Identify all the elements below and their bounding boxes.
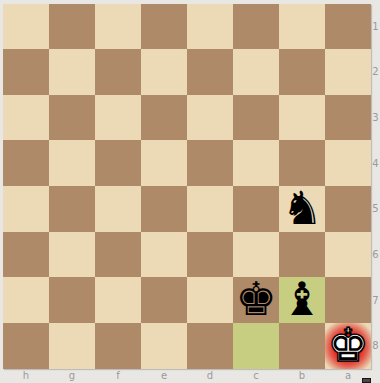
square-h2[interactable]	[3, 49, 49, 94]
square-a2[interactable]	[325, 49, 371, 94]
square-b6[interactable]	[279, 232, 325, 277]
square-f4[interactable]	[95, 140, 141, 185]
file-label-b: b	[279, 369, 325, 383]
rank-label-2: 2	[371, 50, 380, 96]
square-a1[interactable]	[325, 4, 371, 49]
square-a8[interactable]: ♚	[325, 323, 371, 369]
square-e1[interactable]	[141, 4, 187, 49]
rank-label-3: 3	[371, 95, 380, 141]
file-label-g: g	[49, 369, 95, 383]
square-g4[interactable]	[49, 140, 95, 185]
square-e5[interactable]	[141, 186, 187, 232]
square-h3[interactable]	[3, 95, 49, 140]
square-b3[interactable]	[279, 95, 325, 140]
square-e8[interactable]	[141, 323, 187, 369]
square-g5[interactable]	[49, 186, 95, 232]
square-b7[interactable]: ♝	[279, 277, 325, 323]
square-d8[interactable]	[187, 323, 233, 369]
black-king[interactable]: ♚	[235, 276, 276, 322]
square-f6[interactable]	[95, 232, 141, 277]
square-c5[interactable]	[233, 186, 279, 232]
square-g2[interactable]	[49, 49, 95, 94]
square-b1[interactable]	[279, 4, 325, 49]
square-b2[interactable]	[279, 49, 325, 94]
white-king[interactable]: ♚	[327, 322, 368, 368]
square-a6[interactable]	[325, 232, 371, 277]
rank-label-7: 7	[371, 278, 380, 324]
square-a4[interactable]	[325, 140, 371, 185]
file-label-f: f	[95, 369, 141, 383]
square-f1[interactable]	[95, 4, 141, 49]
square-b8[interactable]	[279, 323, 325, 369]
square-e6[interactable]	[141, 232, 187, 277]
rank-label-6: 6	[371, 232, 380, 278]
square-f7[interactable]	[95, 277, 141, 323]
square-e7[interactable]	[141, 277, 187, 323]
black-bishop[interactable]: ♝	[281, 276, 322, 322]
square-g7[interactable]	[49, 277, 95, 323]
square-c4[interactable]	[233, 140, 279, 185]
square-d3[interactable]	[187, 95, 233, 140]
square-c6[interactable]	[233, 232, 279, 277]
square-h4[interactable]	[3, 140, 49, 185]
square-h7[interactable]	[3, 277, 49, 323]
square-g3[interactable]	[49, 95, 95, 140]
square-h6[interactable]	[3, 232, 49, 277]
square-d6[interactable]	[187, 232, 233, 277]
file-label-e: e	[141, 369, 187, 383]
square-b4[interactable]	[279, 140, 325, 185]
square-f5[interactable]	[95, 186, 141, 232]
square-b5[interactable]: ♞	[279, 186, 325, 232]
square-d2[interactable]	[187, 49, 233, 94]
file-coordinates: hgfedcba	[3, 369, 371, 383]
black-knight[interactable]: ♞	[281, 185, 322, 231]
square-c2[interactable]	[233, 49, 279, 94]
square-e4[interactable]	[141, 140, 187, 185]
square-f3[interactable]	[95, 95, 141, 140]
chess-board: ♞♚♝♚	[3, 4, 371, 369]
square-a5[interactable]	[325, 186, 371, 232]
file-label-h: h	[3, 369, 49, 383]
square-g6[interactable]	[49, 232, 95, 277]
rank-label-8: 8	[371, 323, 380, 369]
square-d7[interactable]	[187, 277, 233, 323]
square-d1[interactable]	[187, 4, 233, 49]
rank-label-4: 4	[371, 141, 380, 187]
square-c7[interactable]: ♚	[233, 277, 279, 323]
rank-label-1: 1	[371, 4, 380, 50]
file-label-c: c	[233, 369, 279, 383]
rank-label-5: 5	[371, 187, 380, 233]
file-label-d: d	[187, 369, 233, 383]
square-f2[interactable]	[95, 49, 141, 94]
square-c3[interactable]	[233, 95, 279, 140]
square-g1[interactable]	[49, 4, 95, 49]
square-c1[interactable]	[233, 4, 279, 49]
square-d5[interactable]	[187, 186, 233, 232]
square-c8[interactable]	[233, 323, 279, 369]
square-e2[interactable]	[141, 49, 187, 94]
square-g8[interactable]	[49, 323, 95, 369]
chess-app-screen: ♞♚♝♚ 12345678 hgfedcba	[0, 0, 380, 383]
square-e3[interactable]	[141, 95, 187, 140]
square-h8[interactable]	[3, 323, 49, 369]
square-h1[interactable]	[3, 4, 49, 49]
resize-handle[interactable]	[362, 378, 371, 383]
square-h5[interactable]	[3, 186, 49, 232]
square-d4[interactable]	[187, 140, 233, 185]
square-a7[interactable]	[325, 277, 371, 323]
rank-coordinates: 12345678	[371, 4, 380, 369]
square-f8[interactable]	[95, 323, 141, 369]
square-a3[interactable]	[325, 95, 371, 140]
